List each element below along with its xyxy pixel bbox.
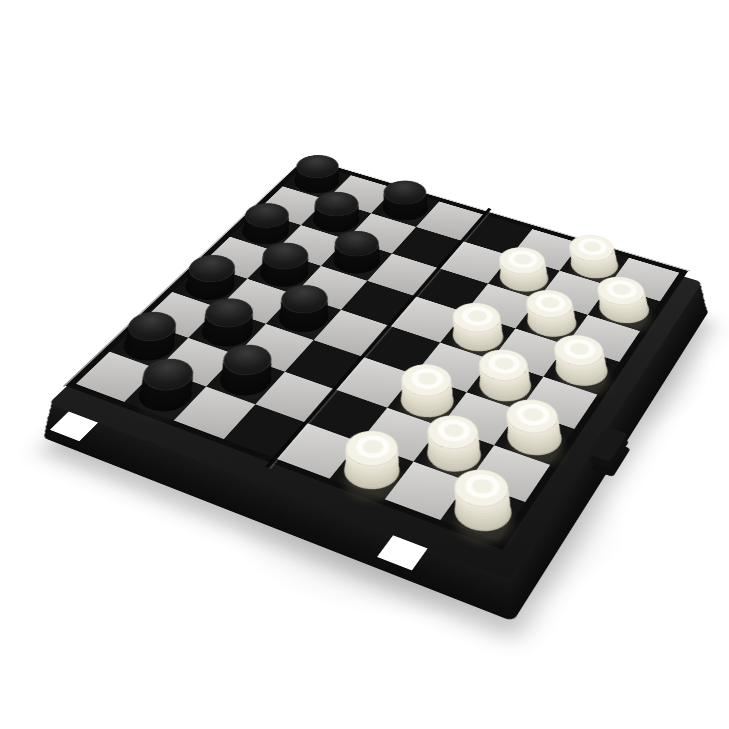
square-r4c6 <box>466 359 543 410</box>
product-photo <box>0 0 729 729</box>
base-foot-notch-left <box>50 412 98 442</box>
square-r6c3 <box>255 372 335 424</box>
square-r5c4 <box>336 357 415 407</box>
square-r4c5 <box>414 343 491 392</box>
white-piece <box>470 344 535 386</box>
black-piece <box>376 176 434 208</box>
checkers-board <box>66 158 688 550</box>
black-piece <box>289 151 346 182</box>
square-r5c3 <box>285 340 363 389</box>
square-r7c0 <box>76 352 157 402</box>
square-r6c0 <box>110 321 189 369</box>
square-r6c6 <box>413 426 495 482</box>
white-piece <box>418 409 487 455</box>
white-piece <box>336 425 406 472</box>
square-r5c2 <box>236 324 314 372</box>
square-r6c4 <box>307 389 388 442</box>
white-piece <box>547 330 611 371</box>
square-r6c2 <box>206 354 286 404</box>
square-r5c7 <box>495 410 575 464</box>
white-piece <box>498 394 565 439</box>
base-latch-tab <box>588 427 628 462</box>
square-r6c5 <box>359 407 440 461</box>
square-r3c6 <box>491 328 566 376</box>
square-r6c1 <box>157 338 236 387</box>
base-foot-notch-bottom <box>377 535 428 570</box>
square-r7c1 <box>124 369 206 420</box>
white-piece <box>562 230 621 265</box>
white-piece <box>446 463 517 513</box>
square-r3c7 <box>544 345 620 395</box>
square-r4c7 <box>520 377 598 429</box>
black-piece <box>133 353 202 396</box>
square-r6c7 <box>468 445 550 502</box>
black-piece <box>214 339 281 381</box>
board-surface <box>66 158 688 550</box>
square-r5c5 <box>387 374 466 426</box>
white-piece <box>393 358 460 401</box>
scene <box>0 0 729 729</box>
checkers-grid <box>76 162 679 541</box>
square-r4c4 <box>363 326 439 374</box>
square-r5c6 <box>440 392 519 445</box>
